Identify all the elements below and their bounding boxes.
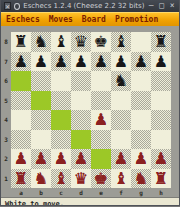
square-h1[interactable]: ♜	[151, 169, 171, 189]
square-b1[interactable]: ♞	[31, 169, 51, 189]
piece-black-knight: ♞	[114, 71, 128, 90]
square-g3[interactable]	[131, 130, 151, 150]
piece-white-pawn: ♟	[154, 149, 168, 168]
square-a5[interactable]	[11, 91, 31, 111]
piece-black-pawn: ♟	[14, 52, 28, 71]
menu-item-moves[interactable]: Moves	[49, 15, 73, 24]
square-e7[interactable]: ♟	[91, 52, 111, 72]
window-title: Eschecs 1.2.4 (Cheese 2.2 32 bits)	[23, 2, 144, 10]
piece-black-pawn: ♟	[34, 52, 48, 71]
square-c2[interactable]: ♟	[51, 149, 71, 169]
piece-white-pawn: ♟	[134, 149, 148, 168]
square-c7[interactable]: ♟	[51, 52, 71, 72]
square-b8[interactable]: ♞	[31, 32, 51, 52]
piece-black-pawn: ♟	[154, 52, 168, 71]
square-e6[interactable]	[91, 71, 111, 91]
square-c6[interactable]	[51, 71, 71, 91]
piece-white-pawn: ♟	[74, 149, 88, 168]
square-b7[interactable]: ♟	[31, 52, 51, 72]
square-e1[interactable]: ♚	[91, 169, 111, 189]
square-g4[interactable]	[131, 110, 151, 130]
square-f8[interactable]: ♝	[111, 32, 131, 52]
square-b6[interactable]	[31, 71, 51, 91]
piece-black-king: ♚	[94, 32, 108, 51]
piece-black-bishop: ♝	[54, 32, 68, 51]
piece-black-rook: ♜	[154, 32, 168, 51]
square-d4[interactable]	[71, 110, 91, 130]
square-g7[interactable]: ♟	[131, 52, 151, 72]
square-a3[interactable]	[11, 130, 31, 150]
rank-label-1: 1	[1, 169, 11, 189]
piece-black-bishop: ♝	[114, 32, 128, 51]
square-c4[interactable]	[51, 110, 71, 130]
menu-item-board[interactable]: Board	[82, 15, 106, 24]
chess-board[interactable]: ♜♞♝♛♚♝♜♟♟♟♟♟♟♟♟♞♟♟♟♟♟♟♟♟♜♞♝♛♚♝♞♜	[11, 32, 171, 188]
file-labels: abcdefgh	[11, 188, 179, 197]
square-g5[interactable]	[131, 91, 151, 111]
square-h8[interactable]: ♜	[151, 32, 171, 52]
file-label-c: c	[51, 188, 71, 197]
square-e2[interactable]	[91, 149, 111, 169]
square-a8[interactable]: ♜	[11, 32, 31, 52]
rank-label-2: 2	[1, 149, 11, 169]
square-d2[interactable]: ♟	[71, 149, 91, 169]
piece-white-pawn: ♟	[114, 149, 128, 168]
square-h6[interactable]	[151, 71, 171, 91]
piece-white-rook: ♜	[154, 169, 168, 188]
square-f3[interactable]	[111, 130, 131, 150]
square-g1[interactable]: ♞	[131, 169, 151, 189]
rank-label-6: 6	[1, 71, 11, 91]
square-d7[interactable]: ♟	[71, 52, 91, 72]
menu-item-promotion[interactable]: Promotion	[115, 15, 158, 24]
file-label-d: d	[71, 188, 91, 197]
close-button[interactable]: ×	[168, 1, 176, 11]
piece-white-knight: ♞	[34, 169, 48, 188]
square-h7[interactable]: ♟	[151, 52, 171, 72]
minimize-button[interactable]: –	[147, 1, 155, 11]
piece-black-pawn: ♟	[94, 52, 108, 71]
board-area: 87654321 ♜♞♝♛♚♝♜♟♟♟♟♟♟♟♟♞♟♟♟♟♟♟♟♟♜♞♝♛♚♝♞…	[1, 26, 179, 197]
square-b2[interactable]: ♟	[31, 149, 51, 169]
piece-black-pawn: ♟	[54, 52, 68, 71]
square-e5[interactable]	[91, 91, 111, 111]
menu-item-eschecs[interactable]: Eschecs	[6, 15, 40, 24]
square-d6[interactable]	[71, 71, 91, 91]
piece-white-bishop: ♝	[114, 169, 128, 188]
square-b5[interactable]	[31, 91, 51, 111]
square-e8[interactable]: ♚	[91, 32, 111, 52]
square-c3[interactable]	[51, 130, 71, 150]
square-c1[interactable]: ♝	[51, 169, 71, 189]
file-label-e: e	[91, 188, 111, 197]
square-b3[interactable]	[31, 130, 51, 150]
status-text: White to move.	[5, 200, 64, 207]
piece-white-pawn: ♟	[54, 149, 68, 168]
piece-white-king: ♚	[94, 169, 108, 188]
piece-white-pawn: ♟	[34, 149, 48, 168]
square-c5[interactable]	[51, 91, 71, 111]
square-g8[interactable]	[131, 32, 151, 52]
app-icon: ✕	[4, 2, 11, 10]
piece-white-rook: ♜	[14, 169, 28, 188]
square-a7[interactable]: ♟	[11, 52, 31, 72]
window-menu-icon	[14, 3, 20, 10]
square-a6[interactable]	[11, 71, 31, 91]
square-h5[interactable]	[151, 91, 171, 111]
piece-black-pawn: ♟	[114, 52, 128, 71]
square-f7[interactable]: ♟	[111, 52, 131, 72]
maximize-button[interactable]: □	[158, 1, 166, 11]
file-label-a: a	[11, 188, 31, 197]
rank-labels: 87654321	[1, 32, 11, 188]
piece-black-knight: ♞	[34, 32, 48, 51]
rank-label-8: 8	[1, 32, 11, 52]
piece-black-rook: ♜	[14, 32, 28, 51]
square-a4[interactable]	[11, 110, 31, 130]
square-g6[interactable]	[131, 71, 151, 91]
rank-label-7: 7	[1, 52, 11, 72]
square-d5[interactable]	[71, 91, 91, 111]
menu-bar: Eschecs Moves Board Promotion	[1, 12, 179, 26]
file-label-h: h	[151, 188, 171, 197]
square-d1[interactable]: ♛	[71, 169, 91, 189]
piece-white-bishop: ♝	[54, 169, 68, 188]
status-bar: White to move.	[1, 197, 179, 206]
piece-white-queen: ♛	[74, 169, 88, 188]
piece-white-pawn: ♟	[94, 110, 108, 129]
square-e4[interactable]: ♟	[91, 110, 111, 130]
rank-label-4: 4	[1, 110, 11, 130]
square-d3[interactable]	[71, 130, 91, 150]
piece-black-queen: ♛	[74, 32, 88, 51]
square-f1[interactable]: ♝	[111, 169, 131, 189]
square-d8[interactable]: ♛	[71, 32, 91, 52]
square-f4[interactable]	[111, 110, 131, 130]
square-f5[interactable]	[111, 91, 131, 111]
square-h2[interactable]: ♟	[151, 149, 171, 169]
square-a1[interactable]: ♜	[11, 169, 31, 189]
square-h4[interactable]	[151, 110, 171, 130]
piece-black-pawn: ♟	[74, 52, 88, 71]
square-e3[interactable]	[91, 130, 111, 150]
file-label-f: f	[111, 188, 131, 197]
piece-black-pawn: ♟	[134, 52, 148, 71]
title-bar: ✕ Eschecs 1.2.4 (Cheese 2.2 32 bits) – □…	[1, 0, 179, 12]
square-c8[interactable]: ♝	[51, 32, 71, 52]
square-a2[interactable]: ♟	[11, 149, 31, 169]
square-f6[interactable]: ♞	[111, 71, 131, 91]
square-f2[interactable]: ♟	[111, 149, 131, 169]
rank-label-5: 5	[1, 91, 11, 111]
piece-white-pawn: ♟	[14, 149, 28, 168]
square-h3[interactable]	[151, 130, 171, 150]
eschecs-window: ✕ Eschecs 1.2.4 (Cheese 2.2 32 bits) – □…	[0, 0, 180, 206]
square-b4[interactable]	[31, 110, 51, 130]
square-g2[interactable]: ♟	[131, 149, 151, 169]
rank-label-3: 3	[1, 130, 11, 150]
piece-white-knight: ♞	[134, 169, 148, 188]
file-label-g: g	[131, 188, 151, 197]
file-label-b: b	[31, 188, 51, 197]
